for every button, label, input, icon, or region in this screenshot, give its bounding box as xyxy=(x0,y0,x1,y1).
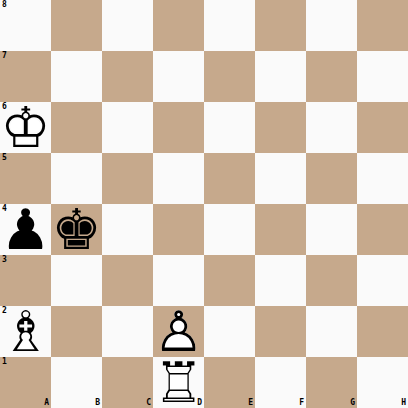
square-h5[interactable] xyxy=(357,153,408,204)
square-d4[interactable] xyxy=(153,204,204,255)
square-e5[interactable] xyxy=(204,153,255,204)
square-a6[interactable]: 6♚♔ xyxy=(0,102,51,153)
square-f3[interactable] xyxy=(255,255,306,306)
piece-black-king[interactable]: ♚ xyxy=(51,204,102,255)
piece-white-pawn-fill: ♟ xyxy=(153,306,204,357)
square-d7[interactable] xyxy=(153,51,204,102)
square-d1[interactable]: D♜♖ xyxy=(153,357,204,408)
square-d3[interactable] xyxy=(153,255,204,306)
square-g2[interactable] xyxy=(306,306,357,357)
square-g5[interactable] xyxy=(306,153,357,204)
file-label-h: H xyxy=(401,399,406,407)
rank-label-4: 4 xyxy=(2,205,7,213)
square-c6[interactable] xyxy=(102,102,153,153)
piece-black-pawn[interactable]: ♟ xyxy=(0,204,51,255)
square-a1[interactable]: 1A xyxy=(0,357,51,408)
square-a3[interactable]: 3 xyxy=(0,255,51,306)
square-b7[interactable] xyxy=(51,51,102,102)
square-g4[interactable] xyxy=(306,204,357,255)
square-f5[interactable] xyxy=(255,153,306,204)
square-h4[interactable] xyxy=(357,204,408,255)
file-label-c: C xyxy=(146,399,151,407)
square-h7[interactable] xyxy=(357,51,408,102)
square-a5[interactable]: 5 xyxy=(0,153,51,204)
rank-label-7: 7 xyxy=(2,52,7,60)
square-g6[interactable] xyxy=(306,102,357,153)
square-f8[interactable] xyxy=(255,0,306,51)
square-b4[interactable]: ♚ xyxy=(51,204,102,255)
square-f7[interactable] xyxy=(255,51,306,102)
square-b2[interactable] xyxy=(51,306,102,357)
square-e1[interactable]: E xyxy=(204,357,255,408)
square-b5[interactable] xyxy=(51,153,102,204)
file-label-g: G xyxy=(350,399,355,407)
piece-white-king[interactable]: ♔ xyxy=(0,102,51,153)
square-e3[interactable] xyxy=(204,255,255,306)
rank-label-6: 6 xyxy=(2,103,7,111)
square-g7[interactable] xyxy=(306,51,357,102)
rank-label-2: 2 xyxy=(2,307,7,315)
piece-white-bishop-fill: ♝ xyxy=(0,306,51,357)
square-g8[interactable] xyxy=(306,0,357,51)
square-e4[interactable] xyxy=(204,204,255,255)
square-a8[interactable]: 8 xyxy=(0,0,51,51)
square-a4[interactable]: 4♟ xyxy=(0,204,51,255)
piece-white-king-fill: ♚ xyxy=(0,102,51,153)
square-d8[interactable] xyxy=(153,0,204,51)
rank-label-1: 1 xyxy=(2,358,7,366)
square-b3[interactable] xyxy=(51,255,102,306)
square-d5[interactable] xyxy=(153,153,204,204)
square-c8[interactable] xyxy=(102,0,153,51)
square-a7[interactable]: 7 xyxy=(0,51,51,102)
square-f2[interactable] xyxy=(255,306,306,357)
file-label-b: B xyxy=(95,399,100,407)
file-label-d: D xyxy=(197,399,202,407)
square-h1[interactable]: H xyxy=(357,357,408,408)
square-h6[interactable] xyxy=(357,102,408,153)
square-a2[interactable]: 2♝♗ xyxy=(0,306,51,357)
square-b8[interactable] xyxy=(51,0,102,51)
square-f1[interactable]: F xyxy=(255,357,306,408)
square-e6[interactable] xyxy=(204,102,255,153)
square-h8[interactable] xyxy=(357,0,408,51)
square-d6[interactable] xyxy=(153,102,204,153)
piece-white-pawn[interactable]: ♙ xyxy=(153,306,204,357)
file-label-a: A xyxy=(44,399,49,407)
square-c4[interactable] xyxy=(102,204,153,255)
square-h2[interactable] xyxy=(357,306,408,357)
piece-white-bishop[interactable]: ♗ xyxy=(0,306,51,357)
rank-label-5: 5 xyxy=(2,154,7,162)
square-e8[interactable] xyxy=(204,0,255,51)
rank-label-3: 3 xyxy=(2,256,7,264)
square-c2[interactable] xyxy=(102,306,153,357)
square-c3[interactable] xyxy=(102,255,153,306)
square-c5[interactable] xyxy=(102,153,153,204)
square-b6[interactable] xyxy=(51,102,102,153)
rank-label-8: 8 xyxy=(2,1,7,9)
square-c7[interactable] xyxy=(102,51,153,102)
chess-board: 876♚♔54♟♚32♝♗♟♙1ABCD♜♖EFGH xyxy=(0,0,408,408)
square-b1[interactable]: B xyxy=(51,357,102,408)
square-d2[interactable]: ♟♙ xyxy=(153,306,204,357)
square-c1[interactable]: C xyxy=(102,357,153,408)
square-f4[interactable] xyxy=(255,204,306,255)
square-e7[interactable] xyxy=(204,51,255,102)
square-e2[interactable] xyxy=(204,306,255,357)
file-label-f: F xyxy=(299,399,304,407)
file-label-e: E xyxy=(248,399,253,407)
square-g1[interactable]: G xyxy=(306,357,357,408)
square-g3[interactable] xyxy=(306,255,357,306)
square-f6[interactable] xyxy=(255,102,306,153)
square-h3[interactable] xyxy=(357,255,408,306)
